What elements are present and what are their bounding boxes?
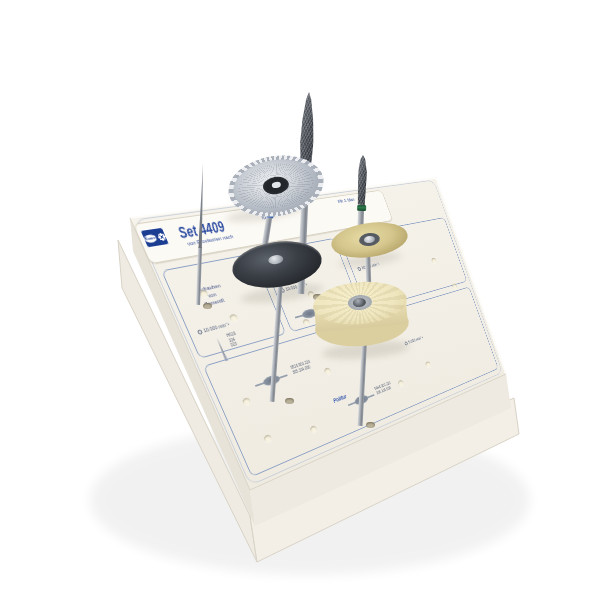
panel1-ref3: 023 (230, 342, 238, 348)
occupied-hole (285, 398, 294, 404)
rpm-limit-icon (197, 329, 203, 335)
panel1-line2: von (207, 291, 217, 298)
komet-logo-text: Komet (144, 235, 157, 241)
occupied-hole (203, 303, 212, 309)
torpedo-bur-head (357, 155, 368, 205)
komet-swirl-icon (156, 232, 166, 241)
product-photo-scene: Komet Set 4409 für d Mit J. Man von Prov… (0, 0, 600, 600)
komet-logo-oval: Komet (143, 233, 158, 242)
dark-polisher-hub (268, 254, 284, 265)
needle-bur-shank (196, 247, 202, 305)
occupied-hole (366, 422, 375, 428)
buff-wheel (311, 278, 410, 352)
